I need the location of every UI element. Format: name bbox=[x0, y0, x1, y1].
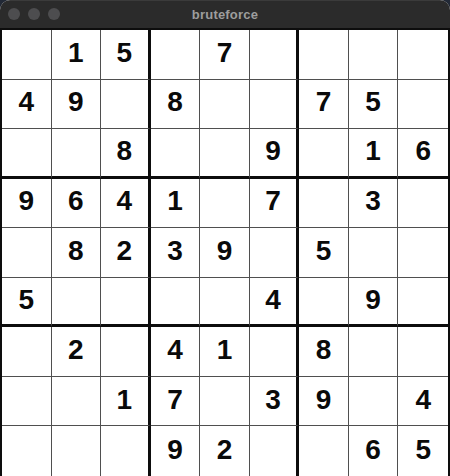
cell-r4c5[interactable] bbox=[200, 179, 250, 229]
titlebar[interactable]: bruteforce bbox=[0, 0, 450, 28]
cell-r2c9[interactable] bbox=[398, 80, 448, 130]
cell-r1c8[interactable] bbox=[349, 30, 399, 80]
app-window: bruteforce 15749875891696417382395549241… bbox=[0, 0, 450, 476]
cell-r6c7[interactable] bbox=[299, 278, 349, 328]
cell-r6c2[interactable] bbox=[52, 278, 102, 328]
cell-r6c9[interactable] bbox=[398, 278, 448, 328]
cell-r2c6[interactable] bbox=[250, 80, 300, 130]
cell-r2c4[interactable]: 8 bbox=[151, 80, 201, 130]
cell-r2c3[interactable] bbox=[101, 80, 151, 130]
cell-r6c4[interactable] bbox=[151, 278, 201, 328]
cell-r5c4[interactable]: 3 bbox=[151, 228, 201, 278]
cell-r5c7[interactable]: 5 bbox=[299, 228, 349, 278]
cell-r5c6[interactable] bbox=[250, 228, 300, 278]
cell-r3c5[interactable] bbox=[200, 129, 250, 179]
cell-r9c3[interactable] bbox=[101, 426, 151, 476]
cell-r4c9[interactable] bbox=[398, 179, 448, 229]
cell-r2c7[interactable]: 7 bbox=[299, 80, 349, 130]
cell-r9c9[interactable]: 5 bbox=[398, 426, 448, 476]
cell-r5c5[interactable]: 9 bbox=[200, 228, 250, 278]
cell-r8c6[interactable]: 3 bbox=[250, 377, 300, 427]
cell-r8c8[interactable] bbox=[349, 377, 399, 427]
cell-r6c6[interactable]: 4 bbox=[250, 278, 300, 328]
cell-r8c3[interactable]: 1 bbox=[101, 377, 151, 427]
cell-r4c4[interactable]: 1 bbox=[151, 179, 201, 229]
cell-r3c7[interactable] bbox=[299, 129, 349, 179]
cell-r7c6[interactable] bbox=[250, 327, 300, 377]
cell-r4c6[interactable]: 7 bbox=[250, 179, 300, 229]
cell-r2c2[interactable]: 9 bbox=[52, 80, 102, 130]
cell-r1c3[interactable]: 5 bbox=[101, 30, 151, 80]
cell-r4c8[interactable]: 3 bbox=[349, 179, 399, 229]
cell-r3c9[interactable]: 6 bbox=[398, 129, 448, 179]
cell-r6c5[interactable] bbox=[200, 278, 250, 328]
cell-r9c1[interactable] bbox=[2, 426, 52, 476]
cell-r5c8[interactable] bbox=[349, 228, 399, 278]
cell-r8c7[interactable]: 9 bbox=[299, 377, 349, 427]
cell-r4c7[interactable] bbox=[299, 179, 349, 229]
cell-r7c2[interactable]: 2 bbox=[52, 327, 102, 377]
cell-r9c7[interactable] bbox=[299, 426, 349, 476]
cell-r3c3[interactable]: 8 bbox=[101, 129, 151, 179]
cell-r7c4[interactable]: 4 bbox=[151, 327, 201, 377]
window-title: bruteforce bbox=[192, 7, 258, 22]
cell-r6c8[interactable]: 9 bbox=[349, 278, 399, 328]
cell-r1c1[interactable] bbox=[2, 30, 52, 80]
cell-r9c2[interactable] bbox=[52, 426, 102, 476]
cell-r8c4[interactable]: 7 bbox=[151, 377, 201, 427]
cell-r1c7[interactable] bbox=[299, 30, 349, 80]
cell-r8c1[interactable] bbox=[2, 377, 52, 427]
close-button[interactable] bbox=[8, 8, 20, 20]
cell-r7c1[interactable] bbox=[2, 327, 52, 377]
cell-r1c5[interactable]: 7 bbox=[200, 30, 250, 80]
traffic-lights bbox=[8, 8, 60, 20]
cell-r4c2[interactable]: 6 bbox=[52, 179, 102, 229]
cell-r1c2[interactable]: 1 bbox=[52, 30, 102, 80]
zoom-button[interactable] bbox=[48, 8, 60, 20]
cell-r2c8[interactable]: 5 bbox=[349, 80, 399, 130]
cell-r3c1[interactable] bbox=[2, 129, 52, 179]
cell-r2c5[interactable] bbox=[200, 80, 250, 130]
cell-r8c5[interactable] bbox=[200, 377, 250, 427]
cell-r5c2[interactable]: 8 bbox=[52, 228, 102, 278]
cell-r7c9[interactable] bbox=[398, 327, 448, 377]
cell-r3c8[interactable]: 1 bbox=[349, 129, 399, 179]
cell-r9c5[interactable]: 2 bbox=[200, 426, 250, 476]
cell-r5c9[interactable] bbox=[398, 228, 448, 278]
cell-r9c4[interactable]: 9 bbox=[151, 426, 201, 476]
minimize-button[interactable] bbox=[28, 8, 40, 20]
cell-r3c2[interactable] bbox=[52, 129, 102, 179]
cell-r2c1[interactable]: 4 bbox=[2, 80, 52, 130]
cell-r7c7[interactable]: 8 bbox=[299, 327, 349, 377]
cell-r4c1[interactable]: 9 bbox=[2, 179, 52, 229]
cell-r1c6[interactable] bbox=[250, 30, 300, 80]
cell-r4c3[interactable]: 4 bbox=[101, 179, 151, 229]
cell-r7c8[interactable] bbox=[349, 327, 399, 377]
sudoku-board: 157498758916964173823955492418173949265 bbox=[0, 28, 450, 476]
cell-r5c1[interactable] bbox=[2, 228, 52, 278]
cell-r7c3[interactable] bbox=[101, 327, 151, 377]
cell-r8c2[interactable] bbox=[52, 377, 102, 427]
cell-r9c6[interactable] bbox=[250, 426, 300, 476]
cell-r8c9[interactable]: 4 bbox=[398, 377, 448, 427]
cell-r3c6[interactable]: 9 bbox=[250, 129, 300, 179]
cell-r6c3[interactable] bbox=[101, 278, 151, 328]
cell-r1c4[interactable] bbox=[151, 30, 201, 80]
cell-r3c4[interactable] bbox=[151, 129, 201, 179]
cell-r5c3[interactable]: 2 bbox=[101, 228, 151, 278]
cell-r7c5[interactable]: 1 bbox=[200, 327, 250, 377]
cell-r1c9[interactable] bbox=[398, 30, 448, 80]
cell-r9c8[interactable]: 6 bbox=[349, 426, 399, 476]
cell-r6c1[interactable]: 5 bbox=[2, 278, 52, 328]
